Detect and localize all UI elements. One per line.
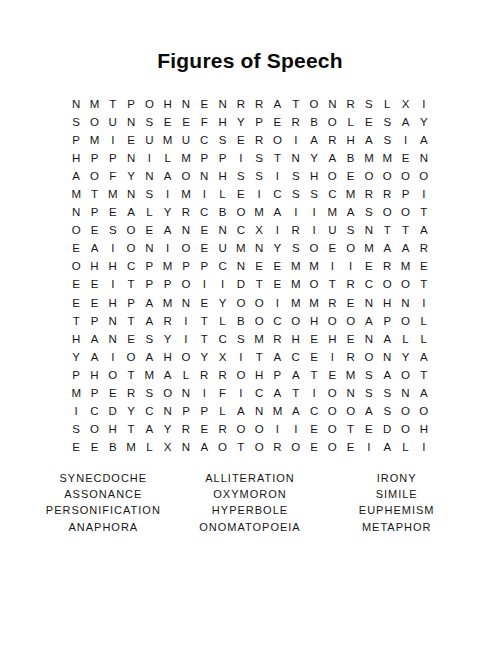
grid-cell-r20c14[interactable]: E (305, 438, 323, 456)
grid-cell-r16c10[interactable]: O (232, 366, 250, 384)
grid-cell-r19c14[interactable]: E (305, 420, 323, 438)
grid-cell-r16c12[interactable]: P (268, 366, 286, 384)
grid-cell-r17c13[interactable]: T (287, 384, 305, 402)
grid-cell-r3c14[interactable]: A (305, 131, 323, 149)
grid-cell-r15c13[interactable]: C (287, 348, 305, 366)
grid-cell-r12c12[interactable]: I (268, 294, 286, 312)
grid-cell-r15c16[interactable]: R (341, 348, 359, 366)
grid-cell-r1c12[interactable]: A (268, 95, 286, 113)
grid-cell-r8c7[interactable]: N (177, 221, 195, 239)
grid-cell-r5c2[interactable]: O (85, 167, 103, 185)
grid-cell-r16c20[interactable]: T (415, 366, 433, 384)
grid-cell-r2c13[interactable]: R (287, 113, 305, 131)
grid-cell-r15c7[interactable]: O (177, 348, 195, 366)
grid-cell-r4c2[interactable]: P (85, 149, 103, 167)
grid-cell-r2c4[interactable]: N (122, 113, 140, 131)
grid-cell-r18c14[interactable]: C (305, 402, 323, 420)
grid-cell-r18c16[interactable]: O (341, 402, 359, 420)
grid-cell-r8c6[interactable]: A (159, 221, 177, 239)
grid-cell-r16c15[interactable]: E (323, 366, 341, 384)
grid-cell-r8c20[interactable]: A (415, 221, 433, 239)
grid-cell-r5c5[interactable]: N (140, 167, 158, 185)
grid-cell-r16c16[interactable]: M (341, 366, 359, 384)
grid-cell-r7c2[interactable]: P (85, 203, 103, 221)
grid-cell-r19c18[interactable]: D (378, 420, 396, 438)
grid-cell-r12c1[interactable]: E (67, 294, 85, 312)
grid-cell-r7c8[interactable]: C (195, 203, 213, 221)
grid-cell-r20c2[interactable]: E (85, 438, 103, 456)
grid-cell-r13c19[interactable]: O (396, 312, 414, 330)
grid-cell-r1c17[interactable]: S (360, 95, 378, 113)
grid-cell-r13c3[interactable]: N (104, 312, 122, 330)
grid-cell-r1c11[interactable]: R (250, 95, 268, 113)
grid-cell-r4c1[interactable]: H (67, 149, 85, 167)
grid-cell-r4c13[interactable]: N (287, 149, 305, 167)
grid-cell-r20c6[interactable]: X (159, 438, 177, 456)
grid-cell-r15c19[interactable]: Y (396, 348, 414, 366)
grid-cell-r19c15[interactable]: O (323, 420, 341, 438)
grid-cell-r14c12[interactable]: R (268, 330, 286, 348)
grid-cell-r1c19[interactable]: X (396, 95, 414, 113)
grid-cell-r9c20[interactable]: R (415, 239, 433, 257)
grid-cell-r1c15[interactable]: N (323, 95, 341, 113)
grid-cell-r17c14[interactable]: I (305, 384, 323, 402)
grid-cell-r1c8[interactable]: E (195, 95, 213, 113)
grid-cell-r8c18[interactable]: T (378, 221, 396, 239)
grid-cell-r4c19[interactable]: E (396, 149, 414, 167)
grid-cell-r4c11[interactable]: S (250, 149, 268, 167)
grid-cell-r13c15[interactable]: O (323, 312, 341, 330)
grid-cell-r5c19[interactable]: O (396, 167, 414, 185)
grid-cell-r2c3[interactable]: U (104, 113, 122, 131)
grid-cell-r2c8[interactable]: F (195, 113, 213, 131)
grid-cell-r5c16[interactable]: E (341, 167, 359, 185)
grid-cell-r11c20[interactable]: T (415, 275, 433, 293)
grid-cell-r18c5[interactable]: C (140, 402, 158, 420)
grid-cell-r14c7[interactable]: I (177, 330, 195, 348)
grid-cell-r3c1[interactable]: P (67, 131, 85, 149)
grid-cell-r12c7[interactable]: N (177, 294, 195, 312)
grid-cell-r17c12[interactable]: A (268, 384, 286, 402)
grid-cell-r5c15[interactable]: O (323, 167, 341, 185)
grid-cell-r2c15[interactable]: O (323, 113, 341, 131)
grid-cell-r9c6[interactable]: I (159, 239, 177, 257)
grid-cell-r12c15[interactable]: R (323, 294, 341, 312)
grid-cell-r13c5[interactable]: A (140, 312, 158, 330)
grid-cell-r9c7[interactable]: O (177, 239, 195, 257)
grid-cell-r18c19[interactable]: O (396, 402, 414, 420)
grid-cell-r11c3[interactable]: I (104, 275, 122, 293)
grid-cell-r19c9[interactable]: R (213, 420, 231, 438)
grid-cell-r3c19[interactable]: I (396, 131, 414, 149)
grid-cell-r8c13[interactable]: R (287, 221, 305, 239)
grid-cell-r12c11[interactable]: O (250, 294, 268, 312)
grid-cell-r17c3[interactable]: E (104, 384, 122, 402)
grid-cell-r6c16[interactable]: M (341, 185, 359, 203)
grid-cell-r2c14[interactable]: B (305, 113, 323, 131)
grid-cell-r19c16[interactable]: T (341, 420, 359, 438)
grid-cell-r11c7[interactable]: O (177, 275, 195, 293)
grid-cell-r8c12[interactable]: I (268, 221, 286, 239)
grid-cell-r3c7[interactable]: U (177, 131, 195, 149)
grid-cell-r18c9[interactable]: L (213, 402, 231, 420)
grid-cell-r15c5[interactable]: A (140, 348, 158, 366)
grid-cell-r18c11[interactable]: N (250, 402, 268, 420)
grid-cell-r11c11[interactable]: T (250, 275, 268, 293)
grid-cell-r5c17[interactable]: O (360, 167, 378, 185)
grid-cell-r8c9[interactable]: N (213, 221, 231, 239)
grid-cell-r7c5[interactable]: L (140, 203, 158, 221)
grid-cell-r6c4[interactable]: N (122, 185, 140, 203)
grid-cell-r7c12[interactable]: A (268, 203, 286, 221)
grid-cell-r2c1[interactable]: S (67, 113, 85, 131)
grid-cell-r4c12[interactable]: T (268, 149, 286, 167)
grid-cell-r10c2[interactable]: H (85, 257, 103, 275)
grid-cell-r18c4[interactable]: Y (122, 402, 140, 420)
grid-cell-r3c11[interactable]: R (250, 131, 268, 149)
grid-cell-r3c15[interactable]: R (323, 131, 341, 149)
grid-cell-r3c8[interactable]: C (195, 131, 213, 149)
grid-cell-r16c8[interactable]: R (195, 366, 213, 384)
grid-cell-r14c11[interactable]: M (250, 330, 268, 348)
grid-cell-r15c20[interactable]: A (415, 348, 433, 366)
grid-cell-r6c10[interactable]: E (232, 185, 250, 203)
grid-cell-r10c8[interactable]: P (195, 257, 213, 275)
grid-cell-r16c14[interactable]: T (305, 366, 323, 384)
grid-cell-r17c6[interactable]: O (159, 384, 177, 402)
grid-cell-r1c5[interactable]: O (140, 95, 158, 113)
grid-cell-r8c14[interactable]: I (305, 221, 323, 239)
grid-cell-r20c9[interactable]: O (213, 438, 231, 456)
grid-cell-r3c6[interactable]: M (159, 131, 177, 149)
grid-cell-r4c9[interactable]: P (213, 149, 231, 167)
grid-cell-r14c13[interactable]: H (287, 330, 305, 348)
grid-cell-r16c19[interactable]: O (396, 366, 414, 384)
grid-cell-r6c11[interactable]: I (250, 185, 268, 203)
grid-cell-r11c2[interactable]: E (85, 275, 103, 293)
grid-cell-r5c6[interactable]: A (159, 167, 177, 185)
grid-cell-r15c15[interactable]: I (323, 348, 341, 366)
grid-cell-r14c20[interactable]: L (415, 330, 433, 348)
grid-cell-r20c17[interactable]: I (360, 438, 378, 456)
grid-cell-r12c16[interactable]: E (341, 294, 359, 312)
grid-cell-r19c12[interactable]: I (268, 420, 286, 438)
grid-cell-r7c20[interactable]: T (415, 203, 433, 221)
grid-cell-r9c14[interactable]: O (305, 239, 323, 257)
grid-cell-r14c3[interactable]: N (104, 330, 122, 348)
grid-cell-r19c17[interactable]: E (360, 420, 378, 438)
grid-cell-r14c5[interactable]: S (140, 330, 158, 348)
grid-cell-r19c19[interactable]: O (396, 420, 414, 438)
grid-cell-r17c5[interactable]: S (140, 384, 158, 402)
grid-cell-r20c3[interactable]: B (104, 438, 122, 456)
grid-cell-r18c17[interactable]: A (360, 402, 378, 420)
grid-cell-r3c17[interactable]: A (360, 131, 378, 149)
grid-cell-r14c6[interactable]: Y (159, 330, 177, 348)
grid-cell-r1c9[interactable]: N (213, 95, 231, 113)
grid-cell-r6c1[interactable]: M (67, 185, 85, 203)
grid-cell-r16c7[interactable]: L (177, 366, 195, 384)
grid-cell-r9c1[interactable]: E (67, 239, 85, 257)
grid-cell-r10c10[interactable]: N (232, 257, 250, 275)
grid-cell-r10c7[interactable]: P (177, 257, 195, 275)
grid-cell-r12c14[interactable]: M (305, 294, 323, 312)
grid-cell-r6c17[interactable]: R (360, 185, 378, 203)
grid-cell-r12c17[interactable]: N (360, 294, 378, 312)
grid-cell-r11c14[interactable]: O (305, 275, 323, 293)
grid-cell-r8c8[interactable]: E (195, 221, 213, 239)
grid-cell-r13c7[interactable]: I (177, 312, 195, 330)
grid-cell-r4c6[interactable]: L (159, 149, 177, 167)
grid-cell-r4c3[interactable]: P (104, 149, 122, 167)
grid-cell-r19c8[interactable]: E (195, 420, 213, 438)
grid-cell-r12c10[interactable]: O (232, 294, 250, 312)
grid-cell-r13c17[interactable]: A (360, 312, 378, 330)
grid-cell-r10c9[interactable]: C (213, 257, 231, 275)
grid-cell-r9c17[interactable]: M (360, 239, 378, 257)
grid-cell-r6c6[interactable]: I (159, 185, 177, 203)
grid-cell-r3c13[interactable]: I (287, 131, 305, 149)
grid-cell-r12c4[interactable]: P (122, 294, 140, 312)
grid-cell-r2c6[interactable]: E (159, 113, 177, 131)
grid-cell-r19c7[interactable]: R (177, 420, 195, 438)
grid-cell-r8c1[interactable]: O (67, 221, 85, 239)
grid-cell-r7c14[interactable]: I (305, 203, 323, 221)
grid-cell-r5c4[interactable]: Y (122, 167, 140, 185)
grid-cell-r13c12[interactable]: C (268, 312, 286, 330)
grid-cell-r3c4[interactable]: E (122, 131, 140, 149)
grid-cell-r8c16[interactable]: S (341, 221, 359, 239)
grid-cell-r9c19[interactable]: A (396, 239, 414, 257)
grid-cell-r10c18[interactable]: R (378, 257, 396, 275)
grid-cell-r12c3[interactable]: H (104, 294, 122, 312)
grid-cell-r4c18[interactable]: M (378, 149, 396, 167)
grid-cell-r16c4[interactable]: T (122, 366, 140, 384)
grid-cell-r16c13[interactable]: A (287, 366, 305, 384)
grid-cell-r12c5[interactable]: A (140, 294, 158, 312)
grid-cell-r9c8[interactable]: E (195, 239, 213, 257)
grid-cell-r15c10[interactable]: I (232, 348, 250, 366)
grid-cell-r18c20[interactable]: O (415, 402, 433, 420)
grid-cell-r19c13[interactable]: I (287, 420, 305, 438)
grid-cell-r18c12[interactable]: M (268, 402, 286, 420)
grid-cell-r12c9[interactable]: Y (213, 294, 231, 312)
grid-cell-r3c10[interactable]: E (232, 131, 250, 149)
grid-cell-r4c5[interactable]: I (140, 149, 158, 167)
grid-cell-r11c10[interactable]: D (232, 275, 250, 293)
grid-cell-r11c1[interactable]: E (67, 275, 85, 293)
grid-cell-r17c4[interactable]: R (122, 384, 140, 402)
grid-cell-r16c6[interactable]: A (159, 366, 177, 384)
grid-cell-r1c4[interactable]: P (122, 95, 140, 113)
grid-cell-r10c6[interactable]: M (159, 257, 177, 275)
grid-cell-r11c9[interactable]: I (213, 275, 231, 293)
grid-cell-r20c12[interactable]: R (268, 438, 286, 456)
grid-cell-r6c2[interactable]: T (85, 185, 103, 203)
grid-cell-r20c20[interactable]: I (415, 438, 433, 456)
grid-cell-r2c7[interactable]: E (177, 113, 195, 131)
grid-cell-r12c6[interactable]: M (159, 294, 177, 312)
grid-cell-r10c1[interactable]: O (67, 257, 85, 275)
grid-cell-r18c1[interactable]: I (67, 402, 85, 420)
grid-cell-r15c6[interactable]: H (159, 348, 177, 366)
grid-cell-r14c18[interactable]: A (378, 330, 396, 348)
grid-cell-r20c1[interactable]: E (67, 438, 85, 456)
grid-cell-r16c11[interactable]: H (250, 366, 268, 384)
grid-cell-r4c8[interactable]: P (195, 149, 213, 167)
grid-cell-r15c12[interactable]: A (268, 348, 286, 366)
grid-cell-r12c18[interactable]: H (378, 294, 396, 312)
grid-cell-r17c1[interactable]: M (67, 384, 85, 402)
grid-cell-r7c11[interactable]: M (250, 203, 268, 221)
grid-cell-r13c20[interactable]: L (415, 312, 433, 330)
grid-cell-r2c2[interactable]: O (85, 113, 103, 131)
grid-cell-r3c9[interactable]: S (213, 131, 231, 149)
grid-cell-r10c17[interactable]: E (360, 257, 378, 275)
grid-cell-r15c18[interactable]: N (378, 348, 396, 366)
grid-cell-r17c18[interactable]: S (378, 384, 396, 402)
grid-cell-r9c2[interactable]: A (85, 239, 103, 257)
grid-cell-r10c11[interactable]: E (250, 257, 268, 275)
grid-cell-r18c6[interactable]: N (159, 402, 177, 420)
grid-cell-r4c17[interactable]: M (360, 149, 378, 167)
grid-cell-r5c1[interactable]: A (67, 167, 85, 185)
grid-cell-r11c12[interactable]: E (268, 275, 286, 293)
grid-cell-r2c5[interactable]: S (140, 113, 158, 131)
grid-cell-r15c2[interactable]: A (85, 348, 103, 366)
grid-cell-r10c15[interactable]: I (323, 257, 341, 275)
grid-cell-r2c10[interactable]: Y (232, 113, 250, 131)
grid-cell-r19c3[interactable]: H (104, 420, 122, 438)
grid-cell-r5c14[interactable]: H (305, 167, 323, 185)
grid-cell-r1c16[interactable]: R (341, 95, 359, 113)
grid-cell-r19c2[interactable]: O (85, 420, 103, 438)
grid-cell-r7c7[interactable]: R (177, 203, 195, 221)
grid-cell-r7c17[interactable]: S (360, 203, 378, 221)
grid-cell-r2c12[interactable]: E (268, 113, 286, 131)
grid-cell-r7c15[interactable]: M (323, 203, 341, 221)
grid-cell-r7c6[interactable]: Y (159, 203, 177, 221)
grid-cell-r3c3[interactable]: I (104, 131, 122, 149)
grid-cell-r11c5[interactable]: P (140, 275, 158, 293)
grid-cell-r16c17[interactable]: S (360, 366, 378, 384)
grid-cell-r6c3[interactable]: M (104, 185, 122, 203)
grid-cell-r11c6[interactable]: P (159, 275, 177, 293)
grid-cell-r18c15[interactable]: O (323, 402, 341, 420)
grid-cell-r1c1[interactable]: N (67, 95, 85, 113)
grid-cell-r19c6[interactable]: Y (159, 420, 177, 438)
grid-cell-r20c11[interactable]: O (250, 438, 268, 456)
grid-cell-r5c9[interactable]: H (213, 167, 231, 185)
grid-cell-r16c3[interactable]: O (104, 366, 122, 384)
grid-cell-r1c10[interactable]: R (232, 95, 250, 113)
grid-cell-r3c12[interactable]: O (268, 131, 286, 149)
grid-cell-r9c18[interactable]: A (378, 239, 396, 257)
grid-cell-r4c14[interactable]: Y (305, 149, 323, 167)
grid-cell-r16c5[interactable]: M (140, 366, 158, 384)
grid-cell-r13c14[interactable]: H (305, 312, 323, 330)
grid-cell-r13c8[interactable]: T (195, 312, 213, 330)
grid-cell-r20c8[interactable]: A (195, 438, 213, 456)
grid-cell-r10c12[interactable]: E (268, 257, 286, 275)
grid-cell-r4c20[interactable]: N (415, 149, 433, 167)
grid-cell-r17c7[interactable]: N (177, 384, 195, 402)
grid-cell-r11c18[interactable]: O (378, 275, 396, 293)
grid-cell-r15c9[interactable]: X (213, 348, 231, 366)
grid-cell-r8c19[interactable]: T (396, 221, 414, 239)
grid-cell-r11c15[interactable]: T (323, 275, 341, 293)
grid-cell-r14c16[interactable]: E (341, 330, 359, 348)
grid-cell-r19c5[interactable]: A (140, 420, 158, 438)
grid-cell-r10c4[interactable]: C (122, 257, 140, 275)
grid-cell-r5c7[interactable]: O (177, 167, 195, 185)
grid-cell-r14c14[interactable]: E (305, 330, 323, 348)
grid-cell-r10c14[interactable]: M (305, 257, 323, 275)
grid-cell-r9c4[interactable]: O (122, 239, 140, 257)
grid-cell-r18c10[interactable]: A (232, 402, 250, 420)
grid-cell-r5c3[interactable]: F (104, 167, 122, 185)
grid-cell-r17c2[interactable]: P (85, 384, 103, 402)
grid-cell-r17c9[interactable]: F (213, 384, 231, 402)
grid-cell-r18c7[interactable]: P (177, 402, 195, 420)
grid-cell-r17c11[interactable]: C (250, 384, 268, 402)
grid-cell-r14c17[interactable]: N (360, 330, 378, 348)
grid-cell-r8c10[interactable]: C (232, 221, 250, 239)
grid-cell-r8c17[interactable]: N (360, 221, 378, 239)
grid-cell-r11c17[interactable]: C (360, 275, 378, 293)
grid-cell-r10c16[interactable]: I (341, 257, 359, 275)
grid-cell-r7c3[interactable]: E (104, 203, 122, 221)
grid-cell-r6c18[interactable]: R (378, 185, 396, 203)
grid-cell-r9c9[interactable]: U (213, 239, 231, 257)
grid-cell-r20c5[interactable]: L (140, 438, 158, 456)
grid-cell-r12c19[interactable]: N (396, 294, 414, 312)
grid-cell-r13c16[interactable]: O (341, 312, 359, 330)
grid-cell-r14c2[interactable]: A (85, 330, 103, 348)
grid-cell-r10c19[interactable]: M (396, 257, 414, 275)
grid-cell-r15c4[interactable]: O (122, 348, 140, 366)
grid-cell-r17c17[interactable]: S (360, 384, 378, 402)
grid-cell-r1c13[interactable]: T (287, 95, 305, 113)
grid-cell-r18c18[interactable]: S (378, 402, 396, 420)
grid-cell-r6c12[interactable]: C (268, 185, 286, 203)
grid-cell-r10c20[interactable]: E (415, 257, 433, 275)
grid-cell-r7c9[interactable]: B (213, 203, 231, 221)
grid-cell-r14c19[interactable]: L (396, 330, 414, 348)
grid-cell-r13c4[interactable]: T (122, 312, 140, 330)
grid-cell-r7c4[interactable]: A (122, 203, 140, 221)
grid-cell-r13c11[interactable]: O (250, 312, 268, 330)
grid-cell-r3c2[interactable]: M (85, 131, 103, 149)
grid-cell-r16c18[interactable]: A (378, 366, 396, 384)
grid-cell-r13c18[interactable]: P (378, 312, 396, 330)
grid-cell-r15c17[interactable]: O (360, 348, 378, 366)
grid-cell-r7c1[interactable]: N (67, 203, 85, 221)
grid-cell-r20c7[interactable]: N (177, 438, 195, 456)
grid-cell-r4c16[interactable]: B (341, 149, 359, 167)
grid-cell-r6c19[interactable]: P (396, 185, 414, 203)
grid-cell-r3c18[interactable]: S (378, 131, 396, 149)
grid-cell-r1c3[interactable]: T (104, 95, 122, 113)
grid-cell-r2c9[interactable]: H (213, 113, 231, 131)
grid-cell-r3c5[interactable]: U (140, 131, 158, 149)
grid-cell-r7c19[interactable]: O (396, 203, 414, 221)
grid-cell-r6c14[interactable]: S (305, 185, 323, 203)
grid-cell-r17c19[interactable]: N (396, 384, 414, 402)
grid-cell-r9c13[interactable]: S (287, 239, 305, 257)
grid-cell-r10c5[interactable]: P (140, 257, 158, 275)
grid-cell-r12c20[interactable]: I (415, 294, 433, 312)
